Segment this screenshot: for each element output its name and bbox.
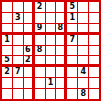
sudoku-cell-given[interactable]: 8 [78,89,88,99]
sudoku-cell-empty[interactable] [35,89,45,99]
sudoku-cell-given[interactable]: 8 [35,46,45,56]
sudoku-cell-given[interactable]: 1 [46,78,56,88]
sudoku-cell-empty[interactable] [67,56,77,66]
sudoku-cell-given[interactable]: 3 [13,13,23,23]
sudoku-cell-empty[interactable] [46,35,56,45]
sudoku-cell-empty[interactable] [67,78,77,88]
sudoku-cell-empty[interactable] [35,67,45,77]
sudoku-cell-empty[interactable] [24,67,34,77]
sudoku-cell-empty[interactable] [24,78,34,88]
sudoku-cell-empty[interactable] [2,46,12,56]
sudoku-cell-empty[interactable] [67,46,77,56]
sudoku-cell-empty[interactable] [78,2,88,12]
sudoku-cell-empty[interactable] [78,78,88,88]
sudoku-cell-given[interactable]: 2 [24,56,34,66]
sudoku-cell-empty[interactable] [89,78,99,88]
sudoku-cell-given[interactable]: 2 [35,2,45,12]
sudoku-cell-given[interactable]: 5 [67,2,77,12]
sudoku-cell-given[interactable]: 1 [2,35,12,45]
sudoku-cell-empty[interactable] [24,35,34,45]
sudoku-cell-empty[interactable] [24,24,34,34]
sudoku-cell-empty[interactable] [89,2,99,12]
sudoku-cell-empty[interactable] [67,89,77,99]
sudoku-cell-empty[interactable] [56,56,66,66]
sudoku-cell-given[interactable]: 6 [24,46,34,56]
sudoku-cell-empty[interactable] [46,67,56,77]
sudoku-cell-empty[interactable] [56,2,66,12]
sudoku-cell-empty[interactable] [2,78,12,88]
sudoku-cell-empty[interactable] [78,56,88,66]
sudoku-cell-given[interactable]: 9 [35,24,45,34]
sudoku-cell-empty[interactable] [89,67,99,77]
sudoku-cell-given[interactable]: 5 [2,56,12,66]
sudoku-cell-empty[interactable] [56,46,66,56]
sudoku-cell-empty[interactable] [13,89,23,99]
sudoku-cell-empty[interactable] [2,2,12,12]
sudoku-cell-empty[interactable] [24,2,34,12]
sudoku-cell-empty[interactable] [56,35,66,45]
sudoku-cell-empty[interactable] [46,13,56,23]
sudoku-cell-empty[interactable] [89,46,99,56]
sudoku-cell-given[interactable]: 2 [2,67,12,77]
sudoku-cell-empty[interactable] [89,56,99,66]
sudoku-cell-empty[interactable] [13,35,23,45]
sudoku-cell-empty[interactable] [35,13,45,23]
sudoku-cell-empty[interactable] [56,78,66,88]
sudoku-cell-empty[interactable] [56,67,66,77]
sudoku-cell-empty[interactable] [24,89,34,99]
sudoku-cell-empty[interactable] [13,24,23,34]
sudoku-cell-empty[interactable] [46,89,56,99]
sudoku-cell-empty[interactable] [78,24,88,34]
sudoku-cell-given[interactable]: 4 [78,67,88,77]
sudoku-cell-empty[interactable] [2,24,12,34]
sudoku-cell-empty[interactable] [89,24,99,34]
sudoku-cell-empty[interactable] [89,89,99,99]
sudoku-cell-empty[interactable] [89,13,99,23]
sudoku-cell-empty[interactable] [35,35,45,45]
sudoku-board: 25319817685227418 [0,0,101,101]
sudoku-cell-empty[interactable] [13,2,23,12]
sudoku-cell-empty[interactable] [13,78,23,88]
sudoku-cell-empty[interactable] [46,24,56,34]
sudoku-cell-empty[interactable] [46,2,56,12]
sudoku-cell-empty[interactable] [78,35,88,45]
sudoku-cell-empty[interactable] [13,46,23,56]
sudoku-cell-given[interactable]: 7 [67,35,77,45]
sudoku-cell-empty[interactable] [13,56,23,66]
sudoku-cell-empty[interactable] [67,67,77,77]
sudoku-cell-given[interactable]: 7 [13,67,23,77]
sudoku-cell-empty[interactable] [35,78,45,88]
sudoku-cell-empty[interactable] [56,89,66,99]
sudoku-cell-empty[interactable] [67,24,77,34]
sudoku-cell-empty[interactable] [2,89,12,99]
sudoku-cell-empty[interactable] [78,46,88,56]
sudoku-cell-empty[interactable] [46,56,56,66]
sudoku-cell-empty[interactable] [2,13,12,23]
sudoku-cell-given[interactable]: 1 [67,13,77,23]
sudoku-cell-empty[interactable] [89,35,99,45]
sudoku-cell-empty[interactable] [24,13,34,23]
sudoku-cell-empty[interactable] [78,13,88,23]
sudoku-cell-given[interactable]: 8 [56,24,66,34]
sudoku-cell-empty[interactable] [35,56,45,66]
sudoku-cell-empty[interactable] [56,13,66,23]
sudoku-cell-empty[interactable] [46,46,56,56]
